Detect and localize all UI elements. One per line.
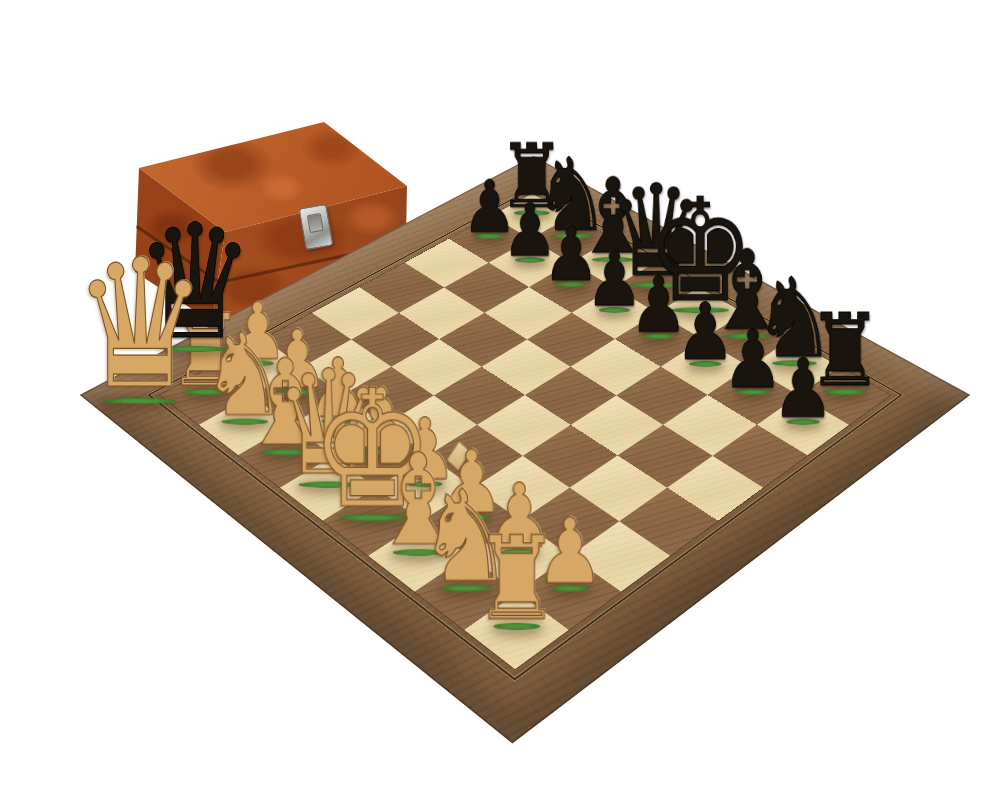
product-photo-scene: ♜♞♝♛♚♝♞♜♟♟♟♟♟♟♟♟♟♟♟♟♟♟♟♟♜♞♝♛♚♝♞♜ ♛♛ [0, 0, 1000, 800]
base-felt [551, 585, 588, 592]
base-felt [556, 282, 586, 288]
base-felt [737, 389, 770, 395]
base-felt [392, 549, 444, 556]
base-felt [772, 361, 817, 367]
base-felt [643, 333, 675, 339]
base-felt [281, 389, 314, 395]
base-felt [671, 307, 729, 313]
box-clasp-slot [307, 213, 324, 233]
base-felt [453, 514, 489, 520]
base-felt [321, 418, 354, 424]
base-felt [515, 257, 545, 262]
base-felt [407, 481, 442, 487]
base-felt [630, 282, 682, 288]
base-felt [592, 257, 635, 262]
base-felt [241, 361, 273, 367]
base-felt [501, 549, 537, 556]
